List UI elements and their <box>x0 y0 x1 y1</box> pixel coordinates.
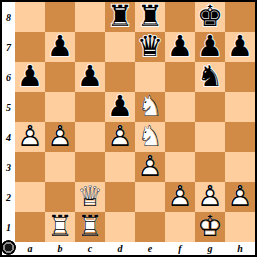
black-rook[interactable]: ♜♜ <box>105 2 135 32</box>
square-c2[interactable]: ♛♕ <box>75 182 105 212</box>
piece-glyph: ♞ <box>195 62 225 92</box>
file-label-g: g <box>195 242 225 255</box>
black-pawn[interactable]: ♟♟ <box>45 32 75 62</box>
square-f3[interactable] <box>165 152 195 182</box>
file-label-e: e <box>135 242 165 255</box>
white-pawn[interactable]: ♟♙ <box>105 122 135 152</box>
piece-glyph: ♟ <box>105 92 135 122</box>
square-f6[interactable] <box>165 62 195 92</box>
rank-label-4: 4 <box>2 122 15 152</box>
square-a4[interactable]: ♟♙ <box>15 122 45 152</box>
white-rook[interactable]: ♜♖ <box>75 212 105 242</box>
black-pawn[interactable]: ♟♟ <box>225 32 255 62</box>
square-g1[interactable]: ♚♔ <box>195 212 225 242</box>
square-c8[interactable] <box>75 2 105 32</box>
square-g2[interactable]: ♟♙ <box>195 182 225 212</box>
square-e4[interactable]: ♞♘ <box>135 122 165 152</box>
square-b7[interactable]: ♟♟ <box>45 32 75 62</box>
black-pawn[interactable]: ♟♟ <box>105 92 135 122</box>
square-b2[interactable] <box>45 182 75 212</box>
square-c4[interactable] <box>75 122 105 152</box>
piece-glyph: ♟ <box>165 32 195 62</box>
black-pawn[interactable]: ♟♟ <box>195 32 225 62</box>
black-knight[interactable]: ♞♞ <box>195 62 225 92</box>
square-c5[interactable] <box>75 92 105 122</box>
board-grid: 8♜♜♜♜♚♚7♟♟♛♛♟♟♟♟♟♟6♟♟♟♟♞♞5♟♟♞♘4♟♙♟♙♟♙♞♘3… <box>2 2 255 255</box>
square-f1[interactable] <box>165 212 195 242</box>
square-g8[interactable]: ♚♚ <box>195 2 225 32</box>
square-d6[interactable] <box>105 62 135 92</box>
square-e3[interactable]: ♟♙ <box>135 152 165 182</box>
square-h4[interactable] <box>225 122 255 152</box>
piece-outline: ♖ <box>45 212 75 242</box>
square-b4[interactable]: ♟♙ <box>45 122 75 152</box>
white-knight[interactable]: ♞♘ <box>135 122 165 152</box>
square-e2[interactable] <box>135 182 165 212</box>
rank-label-5: 5 <box>2 92 15 122</box>
piece-outline: ♙ <box>165 182 195 212</box>
file-label-d: d <box>105 242 135 255</box>
square-c3[interactable] <box>75 152 105 182</box>
square-h8[interactable] <box>225 2 255 32</box>
piece-glyph: ♜ <box>135 2 165 32</box>
square-g7[interactable]: ♟♟ <box>195 32 225 62</box>
black-to-move-indicator <box>1 240 16 255</box>
square-d2[interactable] <box>105 182 135 212</box>
turn-indicator-cell <box>2 242 15 255</box>
white-pawn[interactable]: ♟♙ <box>45 122 75 152</box>
rank-label-1: 1 <box>2 212 15 242</box>
black-rook[interactable]: ♜♜ <box>135 2 165 32</box>
square-b3[interactable] <box>45 152 75 182</box>
piece-glyph: ♟ <box>15 62 45 92</box>
piece-outline: ♙ <box>45 122 75 152</box>
white-pawn[interactable]: ♟♙ <box>165 182 195 212</box>
file-label-a: a <box>15 242 45 255</box>
square-f4[interactable] <box>165 122 195 152</box>
square-c1[interactable]: ♜♖ <box>75 212 105 242</box>
file-label-c: c <box>75 242 105 255</box>
white-knight[interactable]: ♞♘ <box>135 92 165 122</box>
square-a1[interactable] <box>15 212 45 242</box>
square-d1[interactable] <box>105 212 135 242</box>
square-e7[interactable]: ♛♛ <box>135 32 165 62</box>
square-a8[interactable] <box>15 2 45 32</box>
square-a7[interactable] <box>15 32 45 62</box>
square-a3[interactable] <box>15 152 45 182</box>
square-b6[interactable] <box>45 62 75 92</box>
square-f2[interactable]: ♟♙ <box>165 182 195 212</box>
square-d5[interactable]: ♟♟ <box>105 92 135 122</box>
piece-glyph: ♜ <box>105 2 135 32</box>
piece-outline: ♙ <box>15 122 45 152</box>
square-a5[interactable] <box>15 92 45 122</box>
square-f7[interactable]: ♟♟ <box>165 32 195 62</box>
piece-outline: ♙ <box>135 152 165 182</box>
black-pawn[interactable]: ♟♟ <box>15 62 45 92</box>
square-a2[interactable] <box>15 182 45 212</box>
square-c6[interactable]: ♟♟ <box>75 62 105 92</box>
piece-glyph: ♟ <box>45 32 75 62</box>
square-h3[interactable] <box>225 152 255 182</box>
chessboard-frame: 8♜♜♜♜♚♚7♟♟♛♛♟♟♟♟♟♟6♟♟♟♟♞♞5♟♟♞♘4♟♙♟♙♟♙♞♘3… <box>0 0 257 257</box>
square-h7[interactable]: ♟♟ <box>225 32 255 62</box>
rank-label-3: 3 <box>2 152 15 182</box>
piece-outline: ♘ <box>135 92 165 122</box>
piece-outline: ♕ <box>75 182 105 212</box>
square-b5[interactable] <box>45 92 75 122</box>
square-g3[interactable] <box>195 152 225 182</box>
square-b1[interactable]: ♜♖ <box>45 212 75 242</box>
piece-outline: ♙ <box>105 122 135 152</box>
square-h1[interactable] <box>225 212 255 242</box>
black-queen[interactable]: ♛♛ <box>135 32 165 62</box>
file-label-b: b <box>45 242 75 255</box>
square-d7[interactable] <box>105 32 135 62</box>
square-f5[interactable] <box>165 92 195 122</box>
piece-outline: ♖ <box>75 212 105 242</box>
square-e6[interactable] <box>135 62 165 92</box>
black-king[interactable]: ♚♚ <box>195 2 225 32</box>
piece-glyph: ♟ <box>75 62 105 92</box>
black-pawn[interactable]: ♟♟ <box>75 62 105 92</box>
square-g4[interactable] <box>195 122 225 152</box>
square-f8[interactable] <box>165 2 195 32</box>
rank-label-8: 8 <box>2 2 15 32</box>
white-pawn[interactable]: ♟♙ <box>225 182 255 212</box>
square-b8[interactable] <box>45 2 75 32</box>
square-d3[interactable] <box>105 152 135 182</box>
piece-glyph: ♛ <box>135 32 165 62</box>
rank-label-7: 7 <box>2 32 15 62</box>
square-d4[interactable]: ♟♙ <box>105 122 135 152</box>
square-e5[interactable]: ♞♘ <box>135 92 165 122</box>
white-queen[interactable]: ♛♕ <box>75 182 105 212</box>
white-pawn[interactable]: ♟♙ <box>135 152 165 182</box>
piece-outline: ♔ <box>195 212 225 242</box>
white-king[interactable]: ♚♔ <box>195 212 225 242</box>
white-pawn[interactable]: ♟♙ <box>15 122 45 152</box>
square-h6[interactable] <box>225 62 255 92</box>
piece-outline: ♘ <box>135 122 165 152</box>
piece-glyph: ♟ <box>195 32 225 62</box>
square-g6[interactable]: ♞♞ <box>195 62 225 92</box>
rank-label-2: 2 <box>2 182 15 212</box>
white-pawn[interactable]: ♟♙ <box>195 182 225 212</box>
square-a6[interactable]: ♟♟ <box>15 62 45 92</box>
square-e1[interactable] <box>135 212 165 242</box>
file-label-h: h <box>225 242 255 255</box>
square-c7[interactable] <box>75 32 105 62</box>
square-g5[interactable] <box>195 92 225 122</box>
white-rook[interactable]: ♜♖ <box>45 212 75 242</box>
square-d8[interactable]: ♜♜ <box>105 2 135 32</box>
piece-outline: ♙ <box>195 182 225 212</box>
square-h2[interactable]: ♟♙ <box>225 182 255 212</box>
piece-glyph: ♟ <box>225 32 255 62</box>
piece-outline: ♙ <box>225 182 255 212</box>
rank-label-6: 6 <box>2 62 15 92</box>
piece-glyph: ♚ <box>195 2 225 32</box>
black-pawn[interactable]: ♟♟ <box>165 32 195 62</box>
file-label-f: f <box>165 242 195 255</box>
square-h5[interactable] <box>225 92 255 122</box>
square-e8[interactable]: ♜♜ <box>135 2 165 32</box>
